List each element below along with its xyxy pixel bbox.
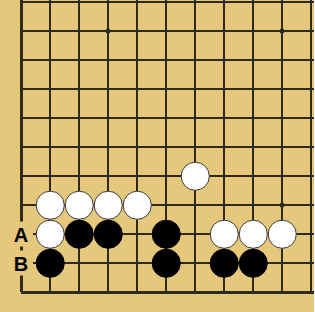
point-D6[interactable] <box>94 133 123 162</box>
black-stone-F3 <box>152 220 181 249</box>
point-D9[interactable] <box>94 46 123 75</box>
point-B3[interactable] <box>36 220 65 249</box>
point-B5[interactable] <box>36 162 65 191</box>
white-stone-B3 <box>36 220 65 249</box>
point-H6[interactable] <box>210 133 239 162</box>
point-E6[interactable] <box>123 133 152 162</box>
point-L4[interactable] <box>297 191 315 220</box>
point-B2[interactable] <box>36 249 65 278</box>
point-K8[interactable] <box>268 75 297 104</box>
point-C10[interactable] <box>65 17 94 46</box>
point-K10[interactable] <box>268 17 297 46</box>
point-A1[interactable] <box>7 278 36 307</box>
point-J10[interactable] <box>239 17 268 46</box>
point-L11[interactable] <box>297 0 315 17</box>
point-B9[interactable] <box>36 46 65 75</box>
white-stone-H3 <box>210 220 239 249</box>
point-D3[interactable] <box>94 220 123 249</box>
point-B7[interactable] <box>36 104 65 133</box>
point-L2[interactable] <box>297 249 315 278</box>
point-F10[interactable] <box>152 17 181 46</box>
point-G5[interactable] <box>181 162 210 191</box>
black-stone-B2 <box>36 249 65 278</box>
point-E7[interactable] <box>123 104 152 133</box>
point-D7[interactable] <box>94 104 123 133</box>
point-L8[interactable] <box>297 75 315 104</box>
point-H5[interactable] <box>210 162 239 191</box>
point-J4[interactable] <box>239 191 268 220</box>
point-K5[interactable] <box>268 162 297 191</box>
point-A7[interactable] <box>7 104 36 133</box>
point-C9[interactable] <box>65 46 94 75</box>
point-A3[interactable]: A <box>7 220 36 249</box>
point-C8[interactable] <box>65 75 94 104</box>
point-H9[interactable] <box>210 46 239 75</box>
point-B1[interactable] <box>36 278 65 307</box>
point-L7[interactable] <box>297 104 315 133</box>
point-A11[interactable] <box>7 0 36 17</box>
point-J2[interactable] <box>239 249 268 278</box>
point-G8[interactable] <box>181 75 210 104</box>
point-H1[interactable] <box>210 278 239 307</box>
point-D11[interactable] <box>94 0 123 17</box>
point-H7[interactable] <box>210 104 239 133</box>
point-A8[interactable] <box>7 75 36 104</box>
point-G11[interactable] <box>181 0 210 17</box>
point-C5[interactable] <box>65 162 94 191</box>
point-H8[interactable] <box>210 75 239 104</box>
point-K7[interactable] <box>268 104 297 133</box>
point-F6[interactable] <box>152 133 181 162</box>
point-D5[interactable] <box>94 162 123 191</box>
point-A5[interactable] <box>7 162 36 191</box>
point-E8[interactable] <box>123 75 152 104</box>
point-F3[interactable] <box>152 220 181 249</box>
point-K6[interactable] <box>268 133 297 162</box>
star-point-K10 <box>280 29 285 34</box>
white-stone-C4 <box>65 191 94 220</box>
point-E3[interactable] <box>123 220 152 249</box>
point-G3[interactable] <box>181 220 210 249</box>
point-B10[interactable] <box>36 17 65 46</box>
point-D4[interactable] <box>94 191 123 220</box>
point-H4[interactable] <box>210 191 239 220</box>
point-F2[interactable] <box>152 249 181 278</box>
white-stone-J3 <box>239 220 268 249</box>
white-stone-D4 <box>94 191 123 220</box>
black-stone-D3 <box>94 220 123 249</box>
point-G2[interactable] <box>181 249 210 278</box>
point-E11[interactable] <box>123 0 152 17</box>
point-H2[interactable] <box>210 249 239 278</box>
star-point-K4 <box>280 203 285 208</box>
point-J7[interactable] <box>239 104 268 133</box>
point-B8[interactable] <box>36 75 65 104</box>
point-J3[interactable] <box>239 220 268 249</box>
point-J5[interactable] <box>239 162 268 191</box>
point-J1[interactable] <box>239 278 268 307</box>
point-G9[interactable] <box>181 46 210 75</box>
move-label-B[interactable]: B <box>9 251 33 276</box>
point-C2[interactable] <box>65 249 94 278</box>
point-G1[interactable] <box>181 278 210 307</box>
point-F9[interactable] <box>152 46 181 75</box>
point-F5[interactable] <box>152 162 181 191</box>
point-L5[interactable] <box>297 162 315 191</box>
point-J9[interactable] <box>239 46 268 75</box>
point-K11[interactable] <box>268 0 297 17</box>
point-J8[interactable] <box>239 75 268 104</box>
point-C11[interactable] <box>65 0 94 17</box>
point-K3[interactable] <box>268 220 297 249</box>
white-stone-E4 <box>123 191 152 220</box>
point-C1[interactable] <box>65 278 94 307</box>
point-D8[interactable] <box>94 75 123 104</box>
point-K1[interactable] <box>268 278 297 307</box>
point-E5[interactable] <box>123 162 152 191</box>
point-K4[interactable] <box>268 191 297 220</box>
point-D2[interactable] <box>94 249 123 278</box>
white-stone-K3 <box>268 220 297 249</box>
point-J11[interactable] <box>239 0 268 17</box>
black-stone-C3 <box>65 220 94 249</box>
point-J6[interactable] <box>239 133 268 162</box>
point-E9[interactable] <box>123 46 152 75</box>
point-B4[interactable] <box>36 191 65 220</box>
black-stone-H2 <box>210 249 239 278</box>
black-stone-F2 <box>152 249 181 278</box>
point-A10[interactable] <box>7 17 36 46</box>
point-A6[interactable] <box>7 133 36 162</box>
point-A4[interactable] <box>7 191 36 220</box>
point-F1[interactable] <box>152 278 181 307</box>
point-C6[interactable] <box>65 133 94 162</box>
point-E4[interactable] <box>123 191 152 220</box>
point-G6[interactable] <box>181 133 210 162</box>
point-A2[interactable]: B <box>7 249 36 278</box>
point-L3[interactable] <box>297 220 315 249</box>
point-G7[interactable] <box>181 104 210 133</box>
point-B11[interactable] <box>36 0 65 17</box>
point-E2[interactable] <box>123 249 152 278</box>
point-C3[interactable] <box>65 220 94 249</box>
point-F7[interactable] <box>152 104 181 133</box>
point-H10[interactable] <box>210 17 239 46</box>
point-H11[interactable] <box>210 0 239 17</box>
point-G10[interactable] <box>181 17 210 46</box>
point-A9[interactable] <box>7 46 36 75</box>
point-G4[interactable] <box>181 191 210 220</box>
point-F11[interactable] <box>152 0 181 17</box>
point-C7[interactable] <box>65 104 94 133</box>
point-F8[interactable] <box>152 75 181 104</box>
point-L10[interactable] <box>297 17 315 46</box>
point-K9[interactable] <box>268 46 297 75</box>
point-C4[interactable] <box>65 191 94 220</box>
go-board-grid: AB <box>7 0 315 307</box>
point-F4[interactable] <box>152 191 181 220</box>
white-stone-G5 <box>181 162 210 191</box>
point-D1[interactable] <box>94 278 123 307</box>
point-L1[interactable] <box>297 278 315 307</box>
point-D10[interactable] <box>94 17 123 46</box>
point-L6[interactable] <box>297 133 315 162</box>
point-H3[interactable] <box>210 220 239 249</box>
black-stone-J2 <box>239 249 268 278</box>
point-B6[interactable] <box>36 133 65 162</box>
point-E1[interactable] <box>123 278 152 307</box>
point-E10[interactable] <box>123 17 152 46</box>
move-label-A[interactable]: A <box>9 222 33 247</box>
white-stone-B4 <box>36 191 65 220</box>
go-board-diagram: AB <box>0 0 314 312</box>
point-K2[interactable] <box>268 249 297 278</box>
point-L9[interactable] <box>297 46 315 75</box>
star-point-D10 <box>106 29 111 34</box>
